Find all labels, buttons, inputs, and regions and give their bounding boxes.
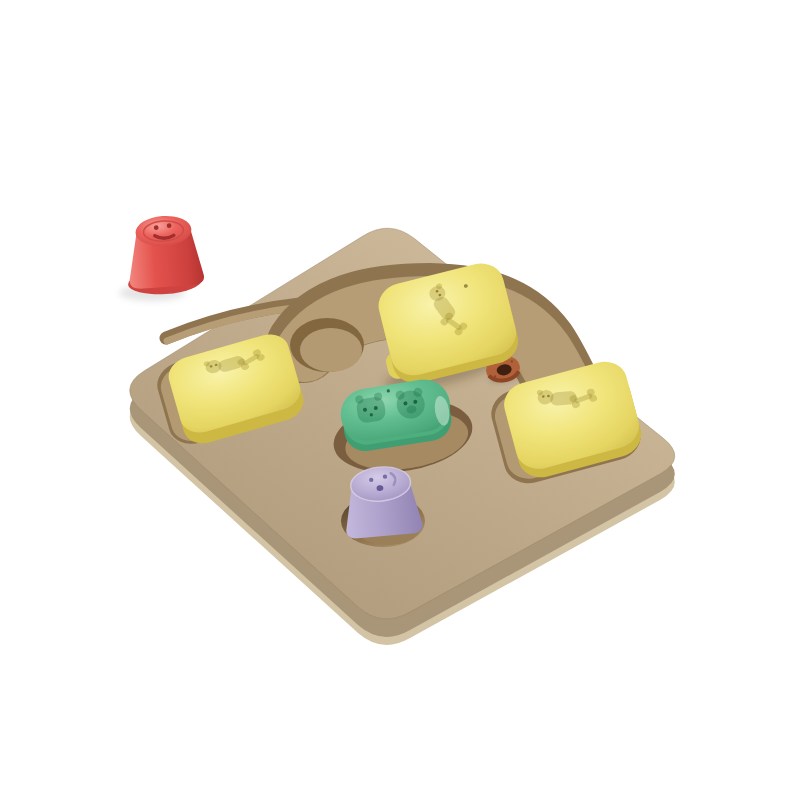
red-cup[interactable] (119, 213, 205, 301)
product-photo-canvas (0, 0, 800, 800)
puzzle-scene (0, 0, 800, 800)
round-recess-empty (290, 318, 364, 372)
